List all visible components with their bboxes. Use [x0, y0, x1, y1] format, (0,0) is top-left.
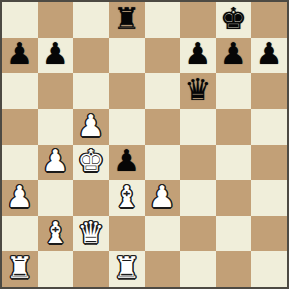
square-h1[interactable] — [251, 251, 287, 287]
square-d2[interactable] — [109, 216, 145, 252]
square-g5[interactable] — [216, 109, 252, 145]
square-a5[interactable] — [2, 109, 38, 145]
square-f2[interactable] — [180, 216, 216, 252]
square-c8[interactable] — [73, 2, 109, 38]
square-g7[interactable]: ♟ — [216, 38, 252, 74]
square-h5[interactable] — [251, 109, 287, 145]
square-f7[interactable]: ♟ — [180, 38, 216, 74]
square-f6[interactable]: ♛ — [180, 73, 216, 109]
piece-white-queen[interactable]: ♛ — [78, 218, 105, 248]
square-e2[interactable] — [145, 216, 181, 252]
square-c3[interactable] — [73, 180, 109, 216]
square-d7[interactable] — [109, 38, 145, 74]
square-b6[interactable] — [38, 73, 74, 109]
square-h3[interactable] — [251, 180, 287, 216]
square-f3[interactable] — [180, 180, 216, 216]
square-a7[interactable]: ♟ — [2, 38, 38, 74]
piece-black-pawn[interactable]: ♟ — [256, 39, 283, 69]
square-d8[interactable]: ♜ — [109, 2, 145, 38]
square-c2[interactable]: ♛ — [73, 216, 109, 252]
piece-white-bishop[interactable]: ♝ — [42, 218, 69, 248]
piece-white-pawn[interactable]: ♟ — [6, 182, 33, 212]
square-a1[interactable]: ♜ — [2, 251, 38, 287]
square-b8[interactable] — [38, 2, 74, 38]
piece-white-pawn[interactable]: ♟ — [78, 111, 105, 141]
square-c5[interactable]: ♟ — [73, 109, 109, 145]
piece-white-pawn[interactable]: ♟ — [42, 146, 69, 176]
square-b4[interactable]: ♟ — [38, 145, 74, 181]
piece-white-rook[interactable]: ♜ — [6, 253, 33, 283]
square-f8[interactable] — [180, 2, 216, 38]
piece-black-rook[interactable]: ♜ — [113, 4, 140, 34]
square-g8[interactable]: ♚ — [216, 2, 252, 38]
piece-white-king[interactable]: ♚ — [78, 146, 105, 176]
square-h4[interactable] — [251, 145, 287, 181]
square-g6[interactable] — [216, 73, 252, 109]
square-e3[interactable]: ♟ — [145, 180, 181, 216]
square-f4[interactable] — [180, 145, 216, 181]
chess-board: ♜♚♟♟♟♟♟♛♟♟♚♟♟♝♟♝♛♜♜ — [0, 0, 289, 289]
piece-black-king[interactable]: ♚ — [220, 4, 247, 34]
square-h7[interactable]: ♟ — [251, 38, 287, 74]
square-c4[interactable]: ♚ — [73, 145, 109, 181]
square-a8[interactable] — [2, 2, 38, 38]
square-b1[interactable] — [38, 251, 74, 287]
square-d6[interactable] — [109, 73, 145, 109]
square-e7[interactable] — [145, 38, 181, 74]
square-h2[interactable] — [251, 216, 287, 252]
square-g3[interactable] — [216, 180, 252, 216]
square-b2[interactable]: ♝ — [38, 216, 74, 252]
square-h6[interactable] — [251, 73, 287, 109]
piece-white-bishop[interactable]: ♝ — [113, 182, 140, 212]
square-a4[interactable] — [2, 145, 38, 181]
square-g1[interactable] — [216, 251, 252, 287]
square-c6[interactable] — [73, 73, 109, 109]
square-b3[interactable] — [38, 180, 74, 216]
square-f5[interactable] — [180, 109, 216, 145]
square-e5[interactable] — [145, 109, 181, 145]
square-c1[interactable] — [73, 251, 109, 287]
square-e4[interactable] — [145, 145, 181, 181]
square-b5[interactable] — [38, 109, 74, 145]
piece-black-pawn[interactable]: ♟ — [184, 39, 211, 69]
square-g4[interactable] — [216, 145, 252, 181]
square-a2[interactable] — [2, 216, 38, 252]
piece-white-pawn[interactable]: ♟ — [149, 182, 176, 212]
square-g2[interactable] — [216, 216, 252, 252]
square-h8[interactable] — [251, 2, 287, 38]
piece-black-pawn[interactable]: ♟ — [220, 39, 247, 69]
square-b7[interactable]: ♟ — [38, 38, 74, 74]
piece-black-pawn[interactable]: ♟ — [113, 146, 140, 176]
square-a3[interactable]: ♟ — [2, 180, 38, 216]
square-a6[interactable] — [2, 73, 38, 109]
square-d5[interactable] — [109, 109, 145, 145]
piece-black-pawn[interactable]: ♟ — [42, 39, 69, 69]
square-d3[interactable]: ♝ — [109, 180, 145, 216]
square-f1[interactable] — [180, 251, 216, 287]
square-e8[interactable] — [145, 2, 181, 38]
square-d1[interactable]: ♜ — [109, 251, 145, 287]
square-d4[interactable]: ♟ — [109, 145, 145, 181]
square-c7[interactable] — [73, 38, 109, 74]
square-e1[interactable] — [145, 251, 181, 287]
piece-white-rook[interactable]: ♜ — [113, 253, 140, 283]
square-e6[interactable] — [145, 73, 181, 109]
piece-black-queen[interactable]: ♛ — [184, 75, 211, 105]
piece-black-pawn[interactable]: ♟ — [6, 39, 33, 69]
